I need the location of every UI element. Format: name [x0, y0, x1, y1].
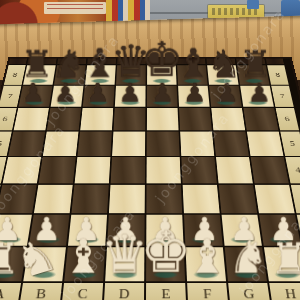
square-b6 — [47, 108, 81, 131]
square-e3 — [146, 185, 182, 213]
square-f1: ♝ — [185, 247, 226, 281]
square-e6 — [147, 108, 179, 131]
square-a6 — [14, 108, 49, 131]
square-d6 — [114, 108, 146, 131]
square-g7: ♟ — [209, 86, 242, 107]
square-b1: ♞ — [23, 247, 66, 281]
square-a7: ♟ — [19, 86, 53, 107]
square-e7: ♟ — [147, 86, 178, 107]
square-d4 — [111, 157, 145, 183]
square-b5 — [43, 132, 79, 156]
square-d3 — [109, 185, 145, 213]
square-h1: ♜ — [264, 247, 300, 281]
square-h6 — [243, 108, 278, 131]
square-b3 — [34, 185, 73, 213]
square-c4 — [75, 157, 111, 183]
file-label-g: G — [228, 283, 270, 300]
square-c1: ♝ — [64, 247, 105, 281]
piece-white-bishop: ♝ — [186, 235, 228, 280]
piece-black-pawn: ♟ — [86, 80, 109, 105]
rank-label-5-right: 5 — [280, 132, 300, 156]
piece-white-bishop: ♝ — [62, 235, 104, 280]
piece-black-pawn: ♟ — [54, 80, 77, 105]
chess-listing-photo: 8♜♞♝♛♚♝♞♜87♟♟♟♟♟♟♟♟7665544332♟♟♟♟♟♟♟♟21♜… — [0, 0, 300, 300]
file-label-a: A — [0, 283, 21, 300]
square-e1: ♚ — [146, 247, 185, 281]
piece-black-pawn: ♟ — [248, 80, 271, 105]
square-a5 — [8, 132, 45, 156]
square-c7: ♟ — [83, 86, 115, 107]
square-g5 — [214, 132, 249, 156]
square-a3 — [0, 185, 37, 213]
square-a4 — [3, 157, 41, 183]
square-g1: ♞ — [225, 247, 267, 281]
square-d5 — [112, 132, 145, 156]
chessboard-3d-wrapper: 8♜♞♝♛♚♝♞♜87♟♟♟♟♟♟♟♟7665544332♟♟♟♟♟♟♟♟21♜… — [0, 0, 300, 300]
file-label-h: H — [269, 283, 300, 300]
square-g3 — [219, 185, 257, 213]
square-e5 — [147, 132, 180, 156]
square-f5 — [180, 132, 214, 156]
square-f4 — [181, 157, 216, 183]
rank-label-6-right: 6 — [276, 108, 299, 131]
piece-black-pawn: ♟ — [151, 80, 174, 105]
file-label-f: F — [187, 283, 228, 300]
file-label-c: C — [62, 283, 103, 300]
square-c3 — [71, 185, 108, 213]
piece-black-pawn: ♟ — [215, 80, 238, 105]
piece-white-queen: ♛ — [101, 229, 149, 279]
square-h3 — [255, 185, 295, 213]
square-f7: ♟ — [178, 86, 210, 107]
square-b7: ♟ — [51, 86, 84, 107]
piece-black-pawn: ♟ — [118, 80, 141, 105]
piece-white-rook: ♜ — [270, 239, 300, 280]
piece-black-pawn: ♟ — [21, 80, 44, 105]
rank-label-7-right: 7 — [271, 86, 294, 107]
square-b4 — [39, 157, 76, 183]
square-d1: ♛ — [105, 247, 144, 281]
square-h4 — [251, 157, 289, 183]
square-f6 — [179, 108, 212, 131]
square-g4 — [216, 157, 253, 183]
square-f3 — [183, 185, 220, 213]
square-h5 — [247, 132, 284, 156]
square-c6 — [80, 108, 113, 131]
piece-white-rook: ♜ — [0, 239, 20, 280]
square-d7: ♟ — [115, 86, 146, 107]
piece-black-pawn: ♟ — [183, 80, 206, 105]
square-h7: ♟ — [240, 86, 274, 107]
square-g6 — [211, 108, 245, 131]
square-c5 — [78, 132, 112, 156]
piece-white-knight: ♞ — [228, 237, 269, 280]
square-e4 — [147, 157, 181, 183]
chessboard: 8♜♞♝♛♚♝♞♜87♟♟♟♟♟♟♟♟7665544332♟♟♟♟♟♟♟♟21♜… — [0, 57, 300, 300]
